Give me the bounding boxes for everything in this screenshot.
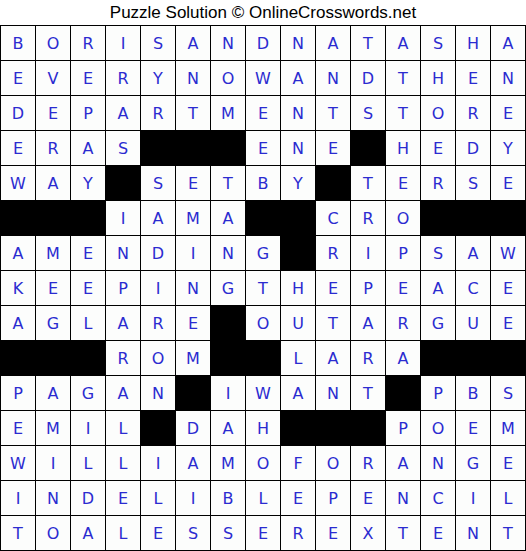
page-title: Puzzle Solution © OnlineCrosswords.net (0, 0, 526, 25)
letter-cell: I (1, 481, 35, 515)
black-cell (71, 341, 105, 375)
letter-cell: I (211, 376, 245, 410)
letter-cell: Y (71, 166, 105, 200)
letter-cell: A (386, 446, 420, 480)
letter-cell: A (1, 236, 35, 270)
black-cell (176, 131, 210, 165)
letter-cell: N (281, 26, 315, 60)
letter-cell: T (351, 26, 385, 60)
letter-cell: T (246, 271, 280, 305)
letter-cell: B (211, 481, 245, 515)
letter-cell: P (351, 271, 385, 305)
letter-cell: E (491, 446, 525, 480)
letter-cell: I (106, 26, 140, 60)
letter-cell: E (1, 411, 35, 445)
letter-cell: B (246, 166, 280, 200)
letter-cell: P (421, 376, 455, 410)
letter-cell: L (71, 446, 105, 480)
letter-cell: A (36, 166, 70, 200)
black-cell (211, 341, 245, 375)
letter-cell: G (36, 306, 70, 340)
letter-cell: A (421, 271, 455, 305)
letter-cell: E (246, 96, 280, 130)
letter-cell: M (36, 236, 70, 270)
letter-cell: E (36, 271, 70, 305)
letter-cell: S (211, 516, 245, 550)
letter-cell: A (211, 411, 245, 445)
letter-cell: T (176, 96, 210, 130)
letter-cell: V (36, 61, 70, 95)
letter-cell: D (246, 26, 280, 60)
black-cell (281, 201, 315, 235)
letter-cell: C (456, 271, 490, 305)
letter-cell: W (246, 376, 280, 410)
letter-cell: N (456, 516, 490, 550)
letter-cell: D (1, 96, 35, 130)
letter-cell: A (106, 96, 140, 130)
letter-cell: R (456, 96, 490, 130)
letter-cell: E (491, 306, 525, 340)
letter-cell: M (491, 411, 525, 445)
letter-cell: O (211, 61, 245, 95)
letter-cell: T (491, 516, 525, 550)
letter-cell: B (456, 376, 490, 410)
black-cell (421, 341, 455, 375)
letter-cell: I (71, 411, 105, 445)
letter-cell: Y (281, 166, 315, 200)
letter-cell: A (316, 26, 350, 60)
letter-cell: A (1, 306, 35, 340)
letter-cell: E (71, 271, 105, 305)
black-cell (71, 201, 105, 235)
letter-cell: H (456, 26, 490, 60)
letter-cell: A (281, 376, 315, 410)
letter-cell: A (106, 376, 140, 410)
letter-cell: R (386, 306, 420, 340)
letter-cell: M (211, 446, 245, 480)
black-cell (246, 201, 280, 235)
letter-cell: S (106, 131, 140, 165)
letter-cell: O (141, 341, 175, 375)
letter-cell: I (141, 271, 175, 305)
letter-cell: O (246, 306, 280, 340)
letter-cell: A (176, 26, 210, 60)
letter-cell: P (106, 271, 140, 305)
letter-cell: A (386, 26, 420, 60)
letter-cell: A (386, 341, 420, 375)
black-cell (351, 131, 385, 165)
letter-cell: N (176, 61, 210, 95)
black-cell (316, 166, 350, 200)
letter-cell: R (106, 341, 140, 375)
letter-cell: E (1, 131, 35, 165)
letter-cell: S (141, 166, 175, 200)
letter-cell: N (211, 26, 245, 60)
letter-cell: O (36, 26, 70, 60)
puzzle-page: Puzzle Solution © OnlineCrosswords.net B… (0, 0, 526, 551)
letter-cell: A (281, 61, 315, 95)
letter-cell: R (141, 306, 175, 340)
letter-cell: R (141, 96, 175, 130)
letter-cell: O (421, 411, 455, 445)
letter-cell: N (176, 271, 210, 305)
letter-cell: Y (491, 131, 525, 165)
letter-cell: L (71, 306, 105, 340)
letter-cell: G (71, 376, 105, 410)
letter-cell: L (106, 411, 140, 445)
letter-cell: S (351, 96, 385, 130)
letter-cell: S (491, 376, 525, 410)
letter-cell: A (351, 306, 385, 340)
letter-cell: D (141, 236, 175, 270)
letter-cell: B (1, 26, 35, 60)
letter-cell: A (176, 446, 210, 480)
letter-cell: G (246, 236, 280, 270)
letter-cell: O (386, 201, 420, 235)
letter-cell: S (421, 26, 455, 60)
letter-cell: X (351, 516, 385, 550)
letter-cell: E (71, 236, 105, 270)
letter-cell: M (176, 201, 210, 235)
letter-cell: E (246, 131, 280, 165)
letter-cell: T (316, 96, 350, 130)
black-cell (106, 166, 140, 200)
letter-cell: E (421, 131, 455, 165)
letter-cell: D (71, 481, 105, 515)
letter-cell: P (386, 236, 420, 270)
letter-cell: N (141, 376, 175, 410)
letter-cell: T (316, 306, 350, 340)
black-cell (281, 236, 315, 270)
letter-cell: E (176, 166, 210, 200)
letter-cell: S (421, 236, 455, 270)
black-cell (211, 306, 245, 340)
black-cell (176, 376, 210, 410)
letter-cell: L (491, 481, 525, 515)
letter-cell: W (491, 236, 525, 270)
letter-cell: O (246, 446, 280, 480)
letter-cell: E (386, 271, 420, 305)
letter-cell: P (1, 376, 35, 410)
letter-cell: N (316, 376, 350, 410)
letter-cell: E (456, 411, 490, 445)
letter-cell: W (246, 61, 280, 95)
letter-cell: E (456, 61, 490, 95)
black-cell (491, 341, 525, 375)
black-cell (36, 201, 70, 235)
letter-cell: F (281, 446, 315, 480)
letter-cell: R (421, 166, 455, 200)
letter-cell: G (211, 271, 245, 305)
letter-cell: E (1, 61, 35, 95)
letter-cell: C (316, 201, 350, 235)
letter-cell: L (246, 481, 280, 515)
letter-cell: R (71, 26, 105, 60)
letter-cell: N (211, 236, 245, 270)
letter-cell: E (281, 481, 315, 515)
letter-cell: E (351, 481, 385, 515)
letter-cell: K (1, 271, 35, 305)
black-cell (36, 341, 70, 375)
black-cell (386, 376, 420, 410)
letter-cell: S (176, 516, 210, 550)
letter-cell: A (456, 236, 490, 270)
letter-cell: N (281, 96, 315, 130)
letter-cell: P (316, 481, 350, 515)
letter-cell: A (211, 201, 245, 235)
letter-cell: E (421, 516, 455, 550)
letter-cell: M (36, 411, 70, 445)
black-cell (281, 411, 315, 445)
letter-cell: G (456, 446, 490, 480)
letter-cell: A (491, 26, 525, 60)
letter-cell: I (36, 446, 70, 480)
letter-cell: A (36, 376, 70, 410)
black-cell (141, 411, 175, 445)
letter-cell: E (36, 96, 70, 130)
letter-cell: I (456, 481, 490, 515)
letter-cell: R (106, 61, 140, 95)
letter-cell: T (386, 61, 420, 95)
letter-cell: R (351, 341, 385, 375)
letter-cell: T (386, 96, 420, 130)
letter-cell: H (421, 61, 455, 95)
letter-cell: E (386, 166, 420, 200)
letter-cell: N (106, 236, 140, 270)
letter-cell: H (386, 131, 420, 165)
letter-cell: E (246, 516, 280, 550)
letter-cell: H (281, 271, 315, 305)
letter-cell: O (36, 516, 70, 550)
letter-cell: P (386, 411, 420, 445)
black-cell (1, 201, 35, 235)
letter-cell: A (316, 341, 350, 375)
letter-cell: I (351, 236, 385, 270)
black-cell (246, 341, 280, 375)
letter-cell: I (141, 446, 175, 480)
black-cell (456, 341, 490, 375)
letter-cell: S (141, 26, 175, 60)
letter-cell: M (176, 341, 210, 375)
letter-cell: O (421, 96, 455, 130)
letter-cell: T (351, 376, 385, 410)
letter-cell: T (211, 166, 245, 200)
letter-cell: T (386, 516, 420, 550)
letter-cell: E (316, 516, 350, 550)
letter-cell: I (106, 201, 140, 235)
letter-cell: I (176, 481, 210, 515)
letter-cell: R (351, 446, 385, 480)
letter-cell: P (71, 96, 105, 130)
letter-cell: D (456, 131, 490, 165)
letter-cell: H (246, 411, 280, 445)
letter-cell: A (71, 516, 105, 550)
letter-cell: E (176, 306, 210, 340)
letter-cell: N (421, 446, 455, 480)
letter-cell: R (281, 516, 315, 550)
letter-cell: R (36, 131, 70, 165)
letter-cell: E (71, 61, 105, 95)
letter-cell: I (176, 236, 210, 270)
crossword-grid: BORISANDNATASHAEVERYNOWANDTHENDEPARTMENT… (0, 25, 526, 551)
letter-cell: W (1, 446, 35, 480)
letter-cell: L (141, 481, 175, 515)
letter-cell: E (106, 481, 140, 515)
letter-cell: Y (141, 61, 175, 95)
black-cell (1, 341, 35, 375)
letter-cell: D (176, 411, 210, 445)
letter-cell: R (351, 201, 385, 235)
letter-cell: N (491, 61, 525, 95)
letter-cell: N (386, 481, 420, 515)
letter-cell: E (141, 516, 175, 550)
black-cell (491, 201, 525, 235)
black-cell (456, 201, 490, 235)
letter-cell: A (106, 306, 140, 340)
letter-cell: L (281, 341, 315, 375)
letter-cell: T (351, 166, 385, 200)
letter-cell: S (456, 166, 490, 200)
black-cell (211, 131, 245, 165)
letter-cell: L (106, 446, 140, 480)
letter-cell: L (106, 516, 140, 550)
letter-cell: E (491, 166, 525, 200)
black-cell (351, 411, 385, 445)
letter-cell: N (36, 481, 70, 515)
letter-cell: O (316, 446, 350, 480)
letter-cell: D (351, 61, 385, 95)
letter-cell: E (491, 96, 525, 130)
letter-cell: C (421, 481, 455, 515)
letter-cell: G (421, 306, 455, 340)
letter-cell: M (211, 96, 245, 130)
letter-cell: E (316, 271, 350, 305)
letter-cell: N (281, 131, 315, 165)
letter-cell: E (316, 131, 350, 165)
letter-cell: A (71, 131, 105, 165)
letter-cell: R (316, 236, 350, 270)
black-cell (316, 411, 350, 445)
letter-cell: N (316, 61, 350, 95)
letter-cell: W (1, 166, 35, 200)
letter-cell: E (491, 271, 525, 305)
letter-cell: T (1, 516, 35, 550)
black-cell (141, 131, 175, 165)
letter-cell: A (141, 201, 175, 235)
letter-cell: U (281, 306, 315, 340)
black-cell (421, 201, 455, 235)
letter-cell: U (456, 306, 490, 340)
